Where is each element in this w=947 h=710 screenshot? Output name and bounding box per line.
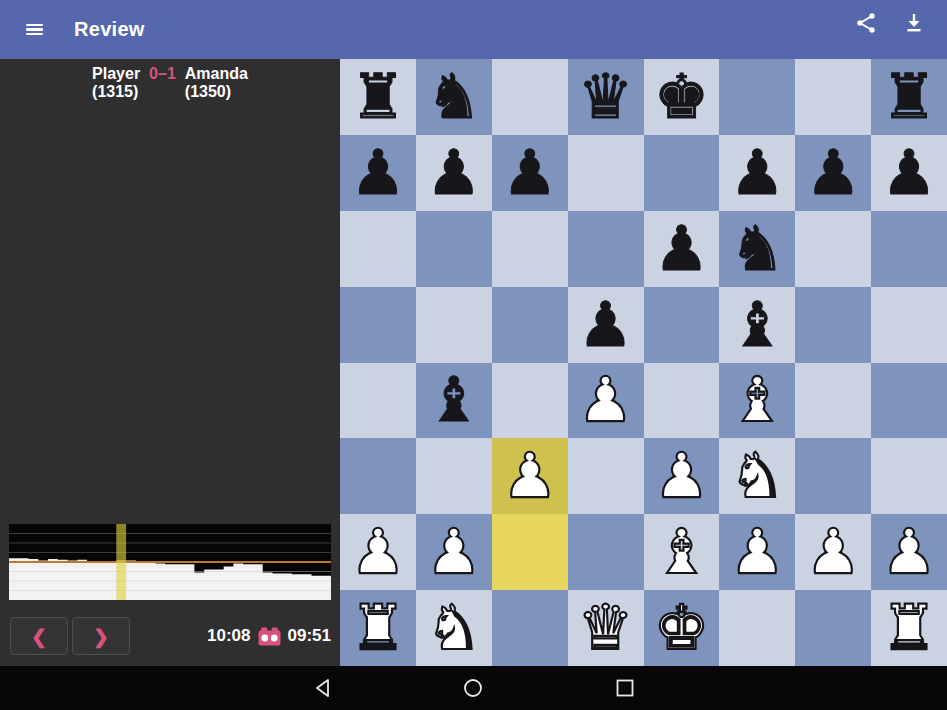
square-f3[interactable]: ♞ bbox=[719, 438, 795, 514]
white-knight: ♞ bbox=[730, 445, 786, 507]
black-knight: ♞ bbox=[730, 218, 786, 280]
square-b5[interactable] bbox=[416, 287, 492, 363]
square-b6[interactable] bbox=[416, 211, 492, 287]
square-f7[interactable]: ♟ bbox=[719, 135, 795, 211]
square-h4[interactable] bbox=[871, 363, 947, 439]
square-f8[interactable] bbox=[719, 59, 795, 135]
square-e3[interactable]: ♟ bbox=[644, 438, 720, 514]
white-rook: ♜ bbox=[350, 597, 406, 659]
players-header: Player (1315) 0–1 Amanda (1350) bbox=[0, 65, 340, 101]
black-player-name: Amanda bbox=[185, 65, 248, 83]
black-pawn: ♟ bbox=[502, 142, 558, 204]
black-pawn: ♟ bbox=[654, 218, 710, 280]
square-a8[interactable]: ♜ bbox=[340, 59, 416, 135]
square-h7[interactable]: ♟ bbox=[871, 135, 947, 211]
black-bishop: ♝ bbox=[426, 369, 482, 431]
black-clock: 09:51 bbox=[288, 626, 331, 646]
square-c5[interactable] bbox=[492, 287, 568, 363]
black-pawn: ♟ bbox=[578, 294, 634, 356]
square-c3[interactable]: ♟ bbox=[492, 438, 568, 514]
white-bishop: ♝ bbox=[730, 369, 786, 431]
chess-clock-icon bbox=[258, 627, 281, 646]
square-c1[interactable] bbox=[492, 590, 568, 666]
square-d5[interactable]: ♟ bbox=[568, 287, 644, 363]
share-icon[interactable] bbox=[854, 11, 878, 35]
back-icon[interactable] bbox=[313, 677, 335, 699]
square-b1[interactable]: ♞ bbox=[416, 590, 492, 666]
move-nav-row: ❮ ❯ 10:08 09:51 bbox=[0, 617, 340, 655]
square-c2[interactable] bbox=[492, 514, 568, 590]
square-a4[interactable] bbox=[340, 363, 416, 439]
black-pawn: ♟ bbox=[805, 142, 861, 204]
black-knight: ♞ bbox=[426, 66, 482, 128]
square-g1[interactable] bbox=[795, 590, 871, 666]
square-e8[interactable]: ♚ bbox=[644, 59, 720, 135]
black-pawn: ♟ bbox=[350, 142, 406, 204]
hamburger-icon[interactable] bbox=[26, 24, 43, 35]
square-f5[interactable]: ♝ bbox=[719, 287, 795, 363]
square-h2[interactable]: ♟ bbox=[871, 514, 947, 590]
square-h1[interactable]: ♜ bbox=[871, 590, 947, 666]
white-queen: ♛ bbox=[578, 597, 634, 659]
square-e7[interactable] bbox=[644, 135, 720, 211]
white-pawn: ♟ bbox=[578, 369, 634, 431]
square-a3[interactable] bbox=[340, 438, 416, 514]
white-clock: 10:08 bbox=[207, 626, 250, 646]
square-g7[interactable]: ♟ bbox=[795, 135, 871, 211]
square-d2[interactable] bbox=[568, 514, 644, 590]
square-a1[interactable]: ♜ bbox=[340, 590, 416, 666]
black-rook: ♜ bbox=[350, 66, 406, 128]
white-pawn: ♟ bbox=[730, 521, 786, 583]
black-player: Amanda (1350) bbox=[185, 65, 248, 101]
app-bar: Review bbox=[0, 0, 947, 59]
black-player-rating: (1350) bbox=[185, 83, 248, 101]
next-move-button[interactable]: ❯ bbox=[72, 617, 130, 655]
white-pawn: ♟ bbox=[881, 521, 937, 583]
square-h8[interactable]: ♜ bbox=[871, 59, 947, 135]
white-player-rating: (1315) bbox=[92, 83, 140, 101]
square-f6[interactable]: ♞ bbox=[719, 211, 795, 287]
square-a6[interactable] bbox=[340, 211, 416, 287]
black-pawn: ♟ bbox=[730, 142, 786, 204]
square-d6[interactable] bbox=[568, 211, 644, 287]
square-c6[interactable] bbox=[492, 211, 568, 287]
square-g3[interactable] bbox=[795, 438, 871, 514]
main-area: Player (1315) 0–1 Amanda (1350) ❮ ❯ 10:0… bbox=[0, 59, 947, 666]
square-g8[interactable] bbox=[795, 59, 871, 135]
square-a5[interactable] bbox=[340, 287, 416, 363]
evaluation-graph[interactable] bbox=[9, 524, 331, 600]
white-pawn: ♟ bbox=[350, 521, 406, 583]
square-h6[interactable] bbox=[871, 211, 947, 287]
square-b2[interactable]: ♟ bbox=[416, 514, 492, 590]
square-b3[interactable] bbox=[416, 438, 492, 514]
square-b4[interactable]: ♝ bbox=[416, 363, 492, 439]
chess-board: ♜♞♛♚♜♟♟♟♟♟♟♟♞♟♝♝♟♝♟♟♞♟♟♝♟♟♟♜♞♛♚♜ bbox=[340, 59, 947, 666]
square-f1[interactable] bbox=[719, 590, 795, 666]
game-score: 0–1 bbox=[149, 65, 176, 101]
white-player: Player (1315) bbox=[92, 65, 140, 101]
square-f4[interactable]: ♝ bbox=[719, 363, 795, 439]
recents-icon[interactable] bbox=[614, 677, 636, 699]
white-pawn: ♟ bbox=[805, 521, 861, 583]
white-bishop: ♝ bbox=[654, 521, 710, 583]
white-rook: ♜ bbox=[881, 597, 937, 659]
square-g6[interactable] bbox=[795, 211, 871, 287]
square-e2[interactable]: ♝ bbox=[644, 514, 720, 590]
page-title: Review bbox=[74, 0, 145, 59]
white-pawn: ♟ bbox=[654, 445, 710, 507]
clocks: 10:08 09:51 bbox=[207, 626, 331, 646]
square-d4[interactable]: ♟ bbox=[568, 363, 644, 439]
square-d3[interactable] bbox=[568, 438, 644, 514]
white-king: ♚ bbox=[654, 597, 710, 659]
square-e5[interactable] bbox=[644, 287, 720, 363]
square-c8[interactable] bbox=[492, 59, 568, 135]
white-pawn: ♟ bbox=[502, 445, 558, 507]
black-rook: ♜ bbox=[881, 66, 937, 128]
white-pawn: ♟ bbox=[426, 521, 482, 583]
white-knight: ♞ bbox=[426, 597, 482, 659]
square-d7[interactable] bbox=[568, 135, 644, 211]
square-g5[interactable] bbox=[795, 287, 871, 363]
home-icon[interactable] bbox=[462, 677, 484, 699]
square-e6[interactable]: ♟ bbox=[644, 211, 720, 287]
black-king: ♚ bbox=[654, 66, 710, 128]
white-player-name: Player bbox=[92, 65, 140, 83]
square-e1[interactable]: ♚ bbox=[644, 590, 720, 666]
square-e4[interactable] bbox=[644, 363, 720, 439]
square-d8[interactable]: ♛ bbox=[568, 59, 644, 135]
square-c4[interactable] bbox=[492, 363, 568, 439]
square-g4[interactable] bbox=[795, 363, 871, 439]
square-h3[interactable] bbox=[871, 438, 947, 514]
square-h5[interactable] bbox=[871, 287, 947, 363]
download-icon[interactable] bbox=[902, 11, 926, 35]
android-nav-bar bbox=[0, 666, 947, 710]
square-g2[interactable]: ♟ bbox=[795, 514, 871, 590]
black-bishop: ♝ bbox=[730, 294, 786, 356]
square-b8[interactable]: ♞ bbox=[416, 59, 492, 135]
square-b7[interactable]: ♟ bbox=[416, 135, 492, 211]
black-queen: ♛ bbox=[578, 66, 634, 128]
review-panel: Player (1315) 0–1 Amanda (1350) ❮ ❯ 10:0… bbox=[0, 59, 340, 666]
square-c7[interactable]: ♟ bbox=[492, 135, 568, 211]
square-f2[interactable]: ♟ bbox=[719, 514, 795, 590]
square-d1[interactable]: ♛ bbox=[568, 590, 644, 666]
black-pawn: ♟ bbox=[426, 142, 482, 204]
prev-move-button[interactable]: ❮ bbox=[10, 617, 68, 655]
square-a7[interactable]: ♟ bbox=[340, 135, 416, 211]
square-a2[interactable]: ♟ bbox=[340, 514, 416, 590]
black-pawn: ♟ bbox=[881, 142, 937, 204]
